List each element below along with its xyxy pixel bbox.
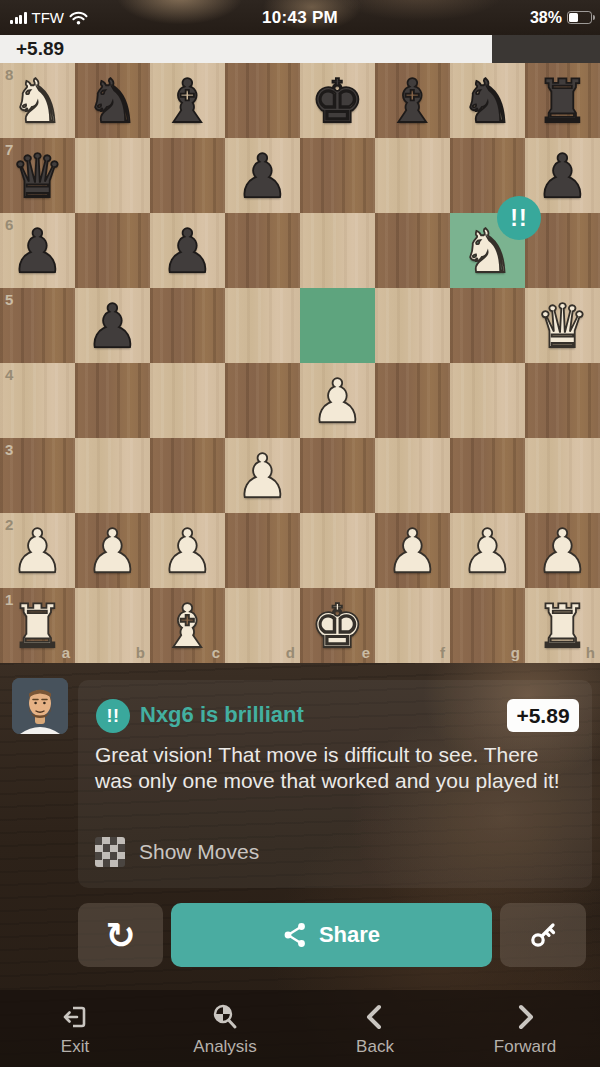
rank-label-6: 6 <box>5 217 13 232</box>
square-h8[interactable]: ♜ <box>525 63 600 138</box>
square-c2[interactable]: ♟ <box>150 513 225 588</box>
square-c5[interactable] <box>150 288 225 363</box>
battery-icon <box>567 11 592 24</box>
square-g6[interactable]: ♞!! <box>450 213 525 288</box>
square-f3[interactable] <box>375 438 450 513</box>
square-d4[interactable] <box>225 363 300 438</box>
square-f6[interactable] <box>375 213 450 288</box>
rank-label-4: 4 <box>5 367 13 382</box>
nav-analysis[interactable]: Analysis <box>150 990 300 1067</box>
black-pawn-h7: ♟ <box>525 138 600 213</box>
square-c6[interactable]: ♟ <box>150 213 225 288</box>
eval-badge: +5.89 <box>507 699 579 732</box>
square-h5[interactable]: ♛ <box>525 288 600 363</box>
share-icon <box>283 922 307 948</box>
feedback-body-text: Great vision! That move is difficult to … <box>95 742 579 794</box>
bottom-nav: Exit Analysis Back Forward <box>0 990 600 1067</box>
exit-icon <box>59 1001 91 1033</box>
file-label-e: e <box>362 645 370 660</box>
square-h7[interactable]: ♟ <box>525 138 600 213</box>
square-f4[interactable] <box>375 363 450 438</box>
avatar[interactable] <box>12 678 68 734</box>
square-g1[interactable]: g <box>450 588 525 663</box>
file-label-g: g <box>511 645 520 660</box>
square-e4[interactable]: ♟ <box>300 363 375 438</box>
rank-label-1: 1 <box>5 592 13 607</box>
square-c8[interactable]: ♝ <box>150 63 225 138</box>
rank-label-5: 5 <box>5 292 13 307</box>
file-label-h: h <box>586 645 595 660</box>
black-bishop-c8: ♝ <box>150 63 225 138</box>
black-pawn-c6: ♟ <box>150 213 225 288</box>
nav-forward[interactable]: Forward <box>450 990 600 1067</box>
rank-label-2: 2 <box>5 517 13 532</box>
evaluation-bar: +5.89 <box>0 35 600 63</box>
analysis-icon <box>209 1001 241 1033</box>
nav-exit-label: Exit <box>61 1037 89 1057</box>
show-moves-button[interactable]: Show Moves <box>95 836 259 868</box>
white-pawn-g2: ♟ <box>450 513 525 588</box>
forward-chevron-icon <box>509 1001 541 1033</box>
square-c1[interactable]: c♝ <box>150 588 225 663</box>
square-e3[interactable] <box>300 438 375 513</box>
square-b8[interactable]: ♞ <box>75 63 150 138</box>
clock: 10:43 PM <box>0 8 600 28</box>
square-b2[interactable]: ♟ <box>75 513 150 588</box>
black-knight-g8: ♞ <box>450 63 525 138</box>
move-feedback-title: Nxg6 is brilliant <box>140 702 304 728</box>
square-b1[interactable]: b <box>75 588 150 663</box>
square-a4[interactable]: 4 <box>0 363 75 438</box>
square-a8[interactable]: 8♞ <box>0 63 75 138</box>
square-a2[interactable]: 2♟ <box>0 513 75 588</box>
white-pawn-e4: ♟ <box>300 363 375 438</box>
avatar-illustration <box>12 678 68 734</box>
square-d8[interactable] <box>225 63 300 138</box>
black-pawn-b5: ♟ <box>75 288 150 363</box>
square-d6[interactable] <box>225 213 300 288</box>
white-pawn-h2: ♟ <box>525 513 600 588</box>
black-king-e8: ♚ <box>300 63 375 138</box>
square-f8[interactable]: ♝ <box>375 63 450 138</box>
file-label-c: c <box>212 645 220 660</box>
share-button[interactable]: Share <box>171 903 492 967</box>
key-icon <box>528 920 558 950</box>
square-b5[interactable]: ♟ <box>75 288 150 363</box>
black-bishop-f8: ♝ <box>375 63 450 138</box>
rank-label-3: 3 <box>5 442 13 457</box>
feedback-panel: !! Nxg6 is brilliant +5.89 Great vision!… <box>78 680 592 888</box>
white-pawn-b2: ♟ <box>75 513 150 588</box>
checkerboard-icon <box>95 837 125 867</box>
square-g5[interactable] <box>450 288 525 363</box>
nav-analysis-label: Analysis <box>193 1037 256 1057</box>
square-h3[interactable] <box>525 438 600 513</box>
square-d3[interactable]: ♟ <box>225 438 300 513</box>
square-b4[interactable] <box>75 363 150 438</box>
square-e6[interactable] <box>300 213 375 288</box>
black-rook-h8: ♜ <box>525 63 600 138</box>
square-b6[interactable] <box>75 213 150 288</box>
square-a7[interactable]: 7♛ <box>0 138 75 213</box>
chess-board: 8♞♞♝♚♝♞♜7♛♟♟6♟♟♞!!5♟♛4♟3♟2♟♟♟♟♟♟1a♜bc♝de… <box>0 63 600 663</box>
status-bar: TFW 10:43 PM 38% <box>0 0 600 35</box>
square-d1[interactable]: d <box>225 588 300 663</box>
rank-label-7: 7 <box>5 142 13 157</box>
brilliant-move-icon: !! <box>96 699 130 733</box>
evaluation-bar-white-fill <box>0 35 492 63</box>
square-f1[interactable]: f <box>375 588 450 663</box>
black-knight-b8: ♞ <box>75 63 150 138</box>
key-moments-button[interactable] <box>500 903 586 967</box>
square-d5[interactable] <box>225 288 300 363</box>
white-pawn-c2: ♟ <box>150 513 225 588</box>
white-pawn-f2: ♟ <box>375 513 450 588</box>
black-pawn-d7: ♟ <box>225 138 300 213</box>
share-label: Share <box>319 922 380 948</box>
app-screen: TFW 10:43 PM 38% +5.89 8♞♞♝♚♝♞♜7♛♟♟6♟♟♞!… <box>0 0 600 1067</box>
square-a1[interactable]: 1a♜ <box>0 588 75 663</box>
square-d2[interactable] <box>225 513 300 588</box>
square-c3[interactable] <box>150 438 225 513</box>
file-label-f: f <box>440 645 445 660</box>
nav-back-label: Back <box>356 1037 394 1057</box>
square-g4[interactable] <box>450 363 525 438</box>
square-e8[interactable]: ♚ <box>300 63 375 138</box>
evaluation-score: +5.89 <box>16 35 64 63</box>
square-h4[interactable] <box>525 363 600 438</box>
square-g3[interactable] <box>450 438 525 513</box>
rank-label-8: 8 <box>5 67 13 82</box>
square-f2[interactable]: ♟ <box>375 513 450 588</box>
square-e1[interactable]: e♚ <box>300 588 375 663</box>
back-chevron-icon <box>359 1001 391 1033</box>
square-h1[interactable]: h♜ <box>525 588 600 663</box>
file-label-a: a <box>62 645 70 660</box>
brilliant-badge: !! <box>497 196 541 240</box>
file-label-d: d <box>286 645 295 660</box>
nav-back[interactable]: Back <box>300 990 450 1067</box>
square-f7[interactable] <box>375 138 450 213</box>
square-a3[interactable]: 3 <box>0 438 75 513</box>
refresh-icon: ↻ <box>105 915 135 956</box>
white-queen-h5: ♛ <box>525 288 600 363</box>
square-e5[interactable] <box>300 288 375 363</box>
retry-button[interactable]: ↻ <box>78 903 163 967</box>
square-b3[interactable] <box>75 438 150 513</box>
white-pawn-d3: ♟ <box>225 438 300 513</box>
battery-percent-label: 38% <box>530 9 562 27</box>
nav-forward-label: Forward <box>494 1037 556 1057</box>
square-d7[interactable]: ♟ <box>225 138 300 213</box>
square-a5[interactable]: 5 <box>0 288 75 363</box>
square-a6[interactable]: 6♟ <box>0 213 75 288</box>
file-label-b: b <box>136 645 145 660</box>
show-moves-label: Show Moves <box>139 840 259 864</box>
square-h2[interactable]: ♟ <box>525 513 600 588</box>
square-f5[interactable] <box>375 288 450 363</box>
nav-exit[interactable]: Exit <box>0 990 150 1067</box>
square-e7[interactable] <box>300 138 375 213</box>
square-g8[interactable]: ♞ <box>450 63 525 138</box>
square-g2[interactable]: ♟ <box>450 513 525 588</box>
square-b7[interactable] <box>75 138 150 213</box>
square-c7[interactable] <box>150 138 225 213</box>
square-e2[interactable] <box>300 513 375 588</box>
square-c4[interactable] <box>150 363 225 438</box>
